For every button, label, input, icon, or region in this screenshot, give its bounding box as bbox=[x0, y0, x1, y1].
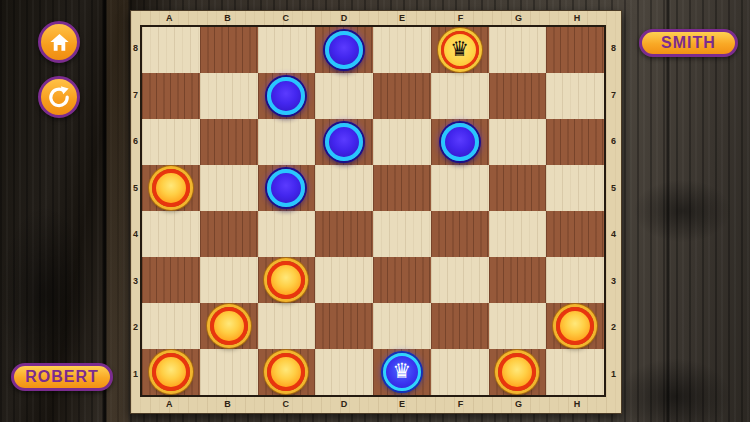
square-D8[interactable] bbox=[315, 27, 373, 73]
square-B5[interactable] bbox=[200, 165, 258, 211]
rank-label-right-6: 6 bbox=[606, 118, 621, 165]
file-label-bottom-B: B bbox=[198, 397, 256, 413]
square-D4[interactable] bbox=[315, 211, 373, 257]
square-G6[interactable] bbox=[489, 119, 547, 165]
square-C4[interactable] bbox=[258, 211, 316, 257]
square-H2[interactable] bbox=[546, 303, 604, 349]
rank-label-right-3: 3 bbox=[606, 258, 621, 305]
square-B2[interactable] bbox=[200, 303, 258, 349]
orange-man-piece-A1[interactable] bbox=[152, 353, 190, 391]
orange-man-piece-C1[interactable] bbox=[267, 353, 305, 391]
king-crown-icon: ♛ bbox=[450, 39, 469, 60]
orange-king-piece-F8[interactable]: ♛ bbox=[441, 31, 479, 69]
file-label-top-F: F bbox=[431, 11, 489, 25]
square-F1[interactable] bbox=[431, 349, 489, 395]
rank-label-left-7: 7 bbox=[131, 72, 140, 119]
square-E6[interactable] bbox=[373, 119, 431, 165]
square-B4[interactable] bbox=[200, 211, 258, 257]
square-D5[interactable] bbox=[315, 165, 373, 211]
square-H7[interactable] bbox=[546, 73, 604, 119]
blue-man-piece-D8[interactable] bbox=[325, 31, 363, 69]
file-label-top-C: C bbox=[257, 11, 315, 25]
square-A5[interactable] bbox=[142, 165, 200, 211]
square-G4[interactable] bbox=[489, 211, 547, 257]
square-E2[interactable] bbox=[373, 303, 431, 349]
orange-man-piece-G1[interactable] bbox=[498, 353, 536, 391]
square-A4[interactable] bbox=[142, 211, 200, 257]
file-label-top-B: B bbox=[198, 11, 256, 25]
square-G2[interactable] bbox=[489, 303, 547, 349]
file-label-top-G: G bbox=[490, 11, 548, 25]
orange-man-piece-A5[interactable] bbox=[152, 169, 190, 207]
rank-label-left-1: 1 bbox=[131, 351, 140, 398]
rank-label-left-6: 6 bbox=[131, 118, 140, 165]
file-label-bottom-D: D bbox=[315, 397, 373, 413]
square-E8[interactable] bbox=[373, 27, 431, 73]
file-label-bottom-E: E bbox=[373, 397, 431, 413]
square-E3[interactable] bbox=[373, 257, 431, 303]
square-B6[interactable] bbox=[200, 119, 258, 165]
file-labels-bottom: ABCDEFGH bbox=[140, 397, 606, 413]
rank-labels-right: 87654321 bbox=[606, 25, 621, 397]
square-F4[interactable] bbox=[431, 211, 489, 257]
blue-king-piece-E1[interactable]: ♛ bbox=[383, 353, 421, 391]
square-H5[interactable] bbox=[546, 165, 604, 211]
square-D1[interactable] bbox=[315, 349, 373, 395]
file-label-top-H: H bbox=[548, 11, 606, 25]
square-C5[interactable] bbox=[258, 165, 316, 211]
square-B3[interactable] bbox=[200, 257, 258, 303]
home-icon bbox=[48, 31, 71, 54]
square-E1[interactable]: ♛ bbox=[373, 349, 431, 395]
square-D3[interactable] bbox=[315, 257, 373, 303]
square-H6[interactable] bbox=[546, 119, 604, 165]
board-grid: ♛♛ bbox=[140, 25, 606, 397]
square-E7[interactable] bbox=[373, 73, 431, 119]
square-B7[interactable] bbox=[200, 73, 258, 119]
rank-label-right-8: 8 bbox=[606, 25, 621, 72]
rank-label-right-4: 4 bbox=[606, 211, 621, 258]
square-B1[interactable] bbox=[200, 349, 258, 395]
rank-label-left-5: 5 bbox=[131, 165, 140, 212]
square-G8[interactable] bbox=[489, 27, 547, 73]
file-label-top-D: D bbox=[315, 11, 373, 25]
square-A7[interactable] bbox=[142, 73, 200, 119]
rank-labels-left: 87654321 bbox=[131, 25, 140, 397]
rank-label-right-2: 2 bbox=[606, 304, 621, 351]
square-F5[interactable] bbox=[431, 165, 489, 211]
file-label-bottom-G: G bbox=[490, 397, 548, 413]
file-label-bottom-C: C bbox=[257, 397, 315, 413]
square-C1[interactable] bbox=[258, 349, 316, 395]
file-label-top-E: E bbox=[373, 11, 431, 25]
blue-man-piece-F6[interactable] bbox=[441, 123, 479, 161]
square-H3[interactable] bbox=[546, 257, 604, 303]
file-label-bottom-A: A bbox=[140, 397, 198, 413]
restart-icon bbox=[47, 85, 71, 109]
square-E4[interactable] bbox=[373, 211, 431, 257]
square-A6[interactable] bbox=[142, 119, 200, 165]
square-D6[interactable] bbox=[315, 119, 373, 165]
square-C8[interactable] bbox=[258, 27, 316, 73]
square-C7[interactable] bbox=[258, 73, 316, 119]
square-H8[interactable] bbox=[546, 27, 604, 73]
rank-label-left-8: 8 bbox=[131, 25, 140, 72]
checkers-board: ABCDEFGH ABCDEFGH 87654321 87654321 ♛♛ bbox=[130, 10, 622, 414]
square-A3[interactable] bbox=[142, 257, 200, 303]
blue-man-piece-D6[interactable] bbox=[325, 123, 363, 161]
square-F3[interactable] bbox=[431, 257, 489, 303]
rank-label-right-7: 7 bbox=[606, 72, 621, 119]
square-D7[interactable] bbox=[315, 73, 373, 119]
blue-man-piece-C7[interactable] bbox=[267, 77, 305, 115]
rank-label-left-2: 2 bbox=[131, 304, 140, 351]
square-G1[interactable] bbox=[489, 349, 547, 395]
rank-label-left-3: 3 bbox=[131, 258, 140, 305]
rank-label-right-1: 1 bbox=[606, 351, 621, 398]
square-D2[interactable] bbox=[315, 303, 373, 349]
square-H1[interactable] bbox=[546, 349, 604, 395]
rank-label-right-5: 5 bbox=[606, 165, 621, 212]
square-H4[interactable] bbox=[546, 211, 604, 257]
square-C3[interactable] bbox=[258, 257, 316, 303]
square-F8[interactable]: ♛ bbox=[431, 27, 489, 73]
orange-man-piece-C3[interactable] bbox=[267, 261, 305, 299]
square-E5[interactable] bbox=[373, 165, 431, 211]
square-G7[interactable] bbox=[489, 73, 547, 119]
square-A2[interactable] bbox=[142, 303, 200, 349]
square-B8[interactable] bbox=[200, 27, 258, 73]
file-label-top-A: A bbox=[140, 11, 198, 25]
square-C6[interactable] bbox=[258, 119, 316, 165]
file-label-bottom-H: H bbox=[548, 397, 606, 413]
king-crown-icon: ♛ bbox=[392, 361, 411, 382]
orange-man-piece-B2[interactable] bbox=[210, 307, 248, 345]
orange-man-piece-H2[interactable] bbox=[556, 307, 594, 345]
player-name-top: SMITH bbox=[639, 29, 738, 57]
square-F7[interactable] bbox=[431, 73, 489, 119]
square-C2[interactable] bbox=[258, 303, 316, 349]
blue-man-piece-C5[interactable] bbox=[267, 169, 305, 207]
rank-label-left-4: 4 bbox=[131, 211, 140, 258]
square-A1[interactable] bbox=[142, 349, 200, 395]
restart-button[interactable] bbox=[38, 76, 80, 118]
square-F2[interactable] bbox=[431, 303, 489, 349]
player-name-bottom: ROBERT bbox=[11, 363, 113, 391]
square-G5[interactable] bbox=[489, 165, 547, 211]
file-labels-top: ABCDEFGH bbox=[140, 11, 606, 25]
square-G3[interactable] bbox=[489, 257, 547, 303]
square-F6[interactable] bbox=[431, 119, 489, 165]
home-button[interactable] bbox=[38, 21, 80, 63]
file-label-bottom-F: F bbox=[431, 397, 489, 413]
square-A8[interactable] bbox=[142, 27, 200, 73]
